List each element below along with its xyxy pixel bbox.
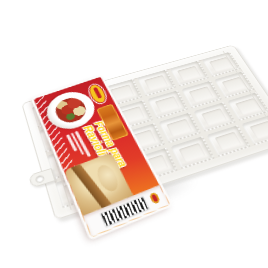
mini-brand-logo-icon	[149, 192, 161, 205]
hanging-hole	[35, 174, 46, 184]
ravioli-mold-tray: Forma para Ravioli & Pastel	[21, 45, 268, 221]
hanging-tab	[28, 168, 55, 188]
brand-logo-text-mark	[93, 87, 102, 99]
mold-cavity	[171, 136, 215, 169]
product-stage: Forma para Ravioli & Pastel	[0, 0, 268, 268]
ravioli-food	[52, 94, 90, 126]
